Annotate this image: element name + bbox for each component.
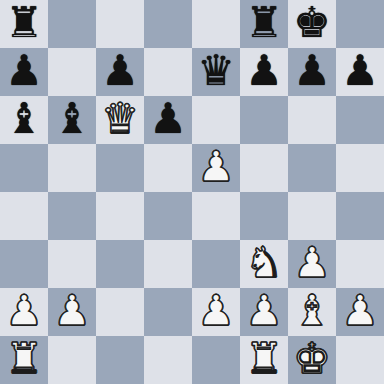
black-rook-a8: ♜ [5,0,43,47]
black-pawn-d6: ♟ [149,96,187,143]
black-rook-f8: ♜ [245,0,283,47]
square-c8[interactable] [96,0,144,48]
white-pawn-b2: ♟ [53,288,91,335]
square-d1[interactable] [144,336,192,384]
square-c4[interactable] [96,192,144,240]
square-b6[interactable]: ♝ [48,96,96,144]
square-g8[interactable]: ♚ [288,0,336,48]
black-bishop-a6: ♝ [5,96,43,143]
square-a7[interactable]: ♟ [0,48,48,96]
square-h3[interactable] [336,240,384,288]
black-king-g8: ♚ [293,0,331,47]
black-bishop-b6: ♝ [53,96,91,143]
black-queen-e7: ♛ [197,48,235,95]
square-c6[interactable]: ♛ [96,96,144,144]
white-pawn-g3: ♟ [293,240,331,287]
square-g4[interactable] [288,192,336,240]
black-pawn-f7: ♟ [245,48,283,95]
square-e2[interactable]: ♟ [192,288,240,336]
white-queen-c6: ♛ [101,96,139,143]
square-f1[interactable]: ♜ [240,336,288,384]
white-bishop-g2: ♝ [293,288,331,335]
square-h6[interactable] [336,96,384,144]
black-pawn-c7: ♟ [101,48,139,95]
square-d3[interactable] [144,240,192,288]
square-f7[interactable]: ♟ [240,48,288,96]
square-d2[interactable] [144,288,192,336]
square-g7[interactable]: ♟ [288,48,336,96]
square-h4[interactable] [336,192,384,240]
square-g6[interactable] [288,96,336,144]
square-h2[interactable]: ♟ [336,288,384,336]
white-pawn-e2: ♟ [197,288,235,335]
square-b5[interactable] [48,144,96,192]
square-b3[interactable] [48,240,96,288]
square-e8[interactable] [192,0,240,48]
square-a4[interactable] [0,192,48,240]
white-knight-f3: ♞ [245,240,283,287]
square-e6[interactable] [192,96,240,144]
square-a5[interactable] [0,144,48,192]
square-d5[interactable] [144,144,192,192]
square-b2[interactable]: ♟ [48,288,96,336]
white-rook-a1: ♜ [5,336,43,383]
square-b8[interactable] [48,0,96,48]
square-c7[interactable]: ♟ [96,48,144,96]
square-f6[interactable] [240,96,288,144]
square-d8[interactable] [144,0,192,48]
square-e4[interactable] [192,192,240,240]
square-a1[interactable]: ♜ [0,336,48,384]
square-h8[interactable] [336,0,384,48]
white-pawn-e5: ♟ [197,144,235,191]
square-b4[interactable] [48,192,96,240]
chess-board: ♜♜♚♟♟♛♟♟♟♝♝♛♟♟♞♟♟♟♟♟♝♟♜♜♚ [0,0,384,384]
black-pawn-h7: ♟ [341,48,379,95]
square-g2[interactable]: ♝ [288,288,336,336]
square-c5[interactable] [96,144,144,192]
black-pawn-a7: ♟ [5,48,43,95]
square-f8[interactable]: ♜ [240,0,288,48]
square-g1[interactable]: ♚ [288,336,336,384]
square-h5[interactable] [336,144,384,192]
square-c3[interactable] [96,240,144,288]
square-h1[interactable] [336,336,384,384]
square-d6[interactable]: ♟ [144,96,192,144]
square-c2[interactable] [96,288,144,336]
square-a2[interactable]: ♟ [0,288,48,336]
white-king-g1: ♚ [293,336,331,383]
white-rook-f1: ♜ [245,336,283,383]
square-a8[interactable]: ♜ [0,0,48,48]
square-f3[interactable]: ♞ [240,240,288,288]
square-d7[interactable] [144,48,192,96]
square-h7[interactable]: ♟ [336,48,384,96]
square-d4[interactable] [144,192,192,240]
square-g5[interactable] [288,144,336,192]
square-c1[interactable] [96,336,144,384]
square-a6[interactable]: ♝ [0,96,48,144]
white-pawn-a2: ♟ [5,288,43,335]
square-f5[interactable] [240,144,288,192]
square-e7[interactable]: ♛ [192,48,240,96]
square-f4[interactable] [240,192,288,240]
square-a3[interactable] [0,240,48,288]
square-e5[interactable]: ♟ [192,144,240,192]
square-e1[interactable] [192,336,240,384]
square-b7[interactable] [48,48,96,96]
white-pawn-h2: ♟ [341,288,379,335]
square-f2[interactable]: ♟ [240,288,288,336]
square-g3[interactable]: ♟ [288,240,336,288]
square-e3[interactable] [192,240,240,288]
square-b1[interactable] [48,336,96,384]
black-pawn-g7: ♟ [293,48,331,95]
white-pawn-f2: ♟ [245,288,283,335]
